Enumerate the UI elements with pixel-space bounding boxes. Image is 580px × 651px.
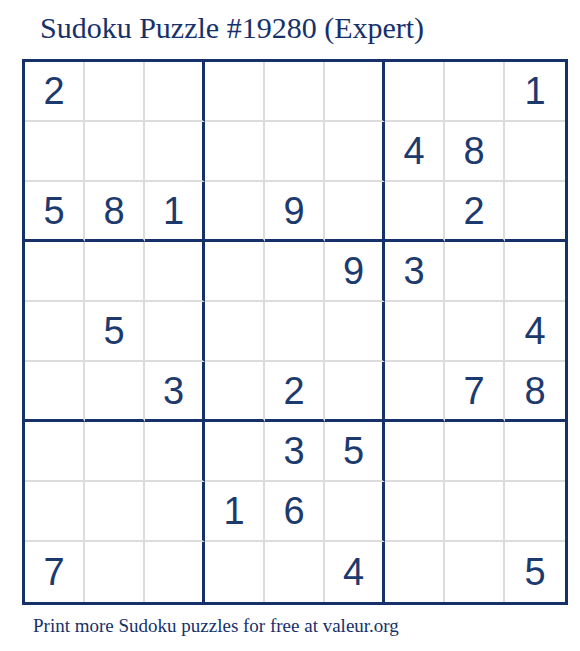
cell-r5c5[interactable] [265, 302, 325, 362]
cell-r2c2[interactable] [85, 122, 145, 182]
cell-r5c7[interactable] [385, 302, 445, 362]
cell-r4c9[interactable] [505, 242, 565, 302]
cell-r6c6[interactable] [325, 362, 385, 422]
cell-r6c3: 3 [145, 362, 205, 422]
cell-r7c1[interactable] [25, 422, 85, 482]
cell-r9c3[interactable] [145, 542, 205, 602]
cell-r3c3: 1 [145, 182, 205, 242]
cell-r2c4[interactable] [205, 122, 265, 182]
cell-r5c3[interactable] [145, 302, 205, 362]
cell-r8c9[interactable] [505, 482, 565, 542]
cell-r8c3[interactable] [145, 482, 205, 542]
cell-r7c8[interactable] [445, 422, 505, 482]
cell-r4c1[interactable] [25, 242, 85, 302]
cell-r3c2: 8 [85, 182, 145, 242]
cell-r9c2[interactable] [85, 542, 145, 602]
cell-r5c4[interactable] [205, 302, 265, 362]
cell-r6c4[interactable] [205, 362, 265, 422]
cell-r5c2: 5 [85, 302, 145, 362]
cell-r8c4: 1 [205, 482, 265, 542]
cell-r9c1: 7 [25, 542, 85, 602]
cell-r4c8[interactable] [445, 242, 505, 302]
cell-r2c6[interactable] [325, 122, 385, 182]
cell-r2c5[interactable] [265, 122, 325, 182]
cell-r2c1[interactable] [25, 122, 85, 182]
cell-r4c3[interactable] [145, 242, 205, 302]
cell-r1c7[interactable] [385, 62, 445, 122]
cell-r2c7: 4 [385, 122, 445, 182]
cell-r5c6[interactable] [325, 302, 385, 362]
cell-r1c4[interactable] [205, 62, 265, 122]
cell-r9c5[interactable] [265, 542, 325, 602]
cell-r5c1[interactable] [25, 302, 85, 362]
cell-r9c7[interactable] [385, 542, 445, 602]
cell-r1c3[interactable] [145, 62, 205, 122]
cell-r6c8: 7 [445, 362, 505, 422]
cell-r1c2[interactable] [85, 62, 145, 122]
sudoku-page: Sudoku Puzzle #19280 (Expert) 2148581929… [0, 0, 580, 651]
cell-r5c8[interactable] [445, 302, 505, 362]
sudoku-board: 214858192935432783516745 [22, 59, 568, 605]
footer-text: Print more Sudoku puzzles for free at va… [33, 615, 399, 637]
cell-r8c6[interactable] [325, 482, 385, 542]
cell-r3c4[interactable] [205, 182, 265, 242]
cell-r2c3[interactable] [145, 122, 205, 182]
cell-r6c2[interactable] [85, 362, 145, 422]
cell-r4c4[interactable] [205, 242, 265, 302]
cell-r8c7[interactable] [385, 482, 445, 542]
cell-r8c8[interactable] [445, 482, 505, 542]
cell-r3c9[interactable] [505, 182, 565, 242]
cell-r3c5: 9 [265, 182, 325, 242]
cell-r4c5[interactable] [265, 242, 325, 302]
cell-r8c2[interactable] [85, 482, 145, 542]
cell-r7c9[interactable] [505, 422, 565, 482]
cell-r6c9: 8 [505, 362, 565, 422]
cell-r2c9[interactable] [505, 122, 565, 182]
puzzle-title: Sudoku Puzzle #19280 (Expert) [40, 11, 424, 45]
cell-r6c1[interactable] [25, 362, 85, 422]
cell-r6c7[interactable] [385, 362, 445, 422]
cell-r2c8: 8 [445, 122, 505, 182]
cell-r5c9: 4 [505, 302, 565, 362]
cell-r7c6: 5 [325, 422, 385, 482]
cell-r9c9: 5 [505, 542, 565, 602]
cell-r9c4[interactable] [205, 542, 265, 602]
cell-r3c6[interactable] [325, 182, 385, 242]
cell-r1c9: 1 [505, 62, 565, 122]
cell-r9c6: 4 [325, 542, 385, 602]
cell-r3c8: 2 [445, 182, 505, 242]
cell-r7c2[interactable] [85, 422, 145, 482]
cell-r8c1[interactable] [25, 482, 85, 542]
cell-r3c7[interactable] [385, 182, 445, 242]
cell-r8c5: 6 [265, 482, 325, 542]
cell-r7c4[interactable] [205, 422, 265, 482]
cell-r7c5: 3 [265, 422, 325, 482]
cell-r4c7: 3 [385, 242, 445, 302]
cell-r4c2[interactable] [85, 242, 145, 302]
cell-r3c1: 5 [25, 182, 85, 242]
cell-r1c8[interactable] [445, 62, 505, 122]
cell-r4c6: 9 [325, 242, 385, 302]
cell-r1c5[interactable] [265, 62, 325, 122]
cell-r6c5: 2 [265, 362, 325, 422]
cell-r1c1: 2 [25, 62, 85, 122]
cell-r9c8[interactable] [445, 542, 505, 602]
cell-r7c3[interactable] [145, 422, 205, 482]
cell-r7c7[interactable] [385, 422, 445, 482]
cell-r1c6[interactable] [325, 62, 385, 122]
